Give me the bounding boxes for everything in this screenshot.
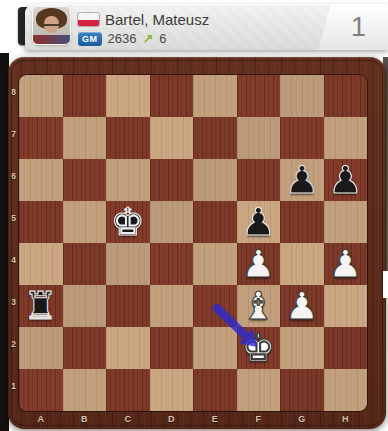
square-c2[interactable]: [106, 327, 150, 369]
square-d5[interactable]: [150, 201, 194, 243]
square-h3[interactable]: [324, 285, 368, 327]
square-f4[interactable]: ♟: [237, 243, 281, 285]
square-e6[interactable]: [193, 159, 237, 201]
black-king[interactable]: ♚: [111, 203, 145, 241]
avatar-glasses: [44, 24, 59, 30]
square-c6[interactable]: [106, 159, 150, 201]
square-h6[interactable]: ♟: [324, 159, 368, 201]
square-g3[interactable]: ♟: [280, 285, 324, 327]
file-label-b: B: [63, 414, 107, 424]
square-g4[interactable]: [280, 243, 324, 285]
square-f6[interactable]: [237, 159, 281, 201]
square-a7[interactable]: [19, 117, 63, 159]
square-e5[interactable]: [193, 201, 237, 243]
square-a3[interactable]: ♜: [19, 285, 63, 327]
file-label-c: C: [106, 414, 150, 424]
white-pawn[interactable]: ♟: [241, 245, 275, 283]
white-bishop[interactable]: ♝: [241, 287, 275, 325]
white-pawn[interactable]: ♟: [328, 245, 362, 283]
square-h5[interactable]: [324, 201, 368, 243]
square-d8[interactable]: [150, 75, 194, 117]
avatar: [33, 7, 70, 44]
square-c4[interactable]: [106, 243, 150, 285]
square-h8[interactable]: [324, 75, 368, 117]
square-b8[interactable]: [63, 75, 107, 117]
square-c8[interactable]: [106, 75, 150, 117]
file-label-h: H: [324, 414, 368, 424]
rank-label-3: 3: [8, 297, 19, 307]
square-g6[interactable]: ♟: [280, 159, 324, 201]
square-f5[interactable]: ♟: [237, 201, 281, 243]
player-name: Bartel, Mateusz: [105, 11, 209, 28]
square-f3[interactable]: ♝: [237, 285, 281, 327]
square-h2[interactable]: [324, 327, 368, 369]
square-g1[interactable]: [280, 369, 324, 411]
square-d3[interactable]: [150, 285, 194, 327]
rating-change: 6: [159, 31, 166, 46]
square-e3[interactable]: [193, 285, 237, 327]
square-b1[interactable]: [63, 369, 107, 411]
player-score: 1: [335, 12, 366, 43]
square-c5[interactable]: ♚: [106, 201, 150, 243]
square-f7[interactable]: [237, 117, 281, 159]
chess-board: ♟♟♚♟♟♟♜♝♟♚ 87654321ABCDEFGH: [8, 57, 386, 429]
rank-label-1: 1: [8, 381, 19, 391]
player-card[interactable]: Bartel, Mateusz GM 2636 ↗ 6 1: [25, 4, 388, 50]
black-pawn[interactable]: ♟: [328, 161, 362, 199]
file-label-g: G: [280, 414, 324, 424]
rank-label-7: 7: [8, 129, 19, 139]
square-a2[interactable]: [19, 327, 63, 369]
square-d1[interactable]: [150, 369, 194, 411]
black-rook[interactable]: ♜: [24, 287, 58, 325]
avatar-shirt: [33, 35, 70, 44]
rating-up-arrow-icon: ↗: [142, 31, 153, 46]
right-edge-panel-sliver: [383, 271, 388, 298]
square-c3[interactable]: [106, 285, 150, 327]
title-badge: GM: [78, 32, 102, 46]
square-a5[interactable]: [19, 201, 63, 243]
square-g8[interactable]: [280, 75, 324, 117]
square-c7[interactable]: [106, 117, 150, 159]
player-rating: 2636: [108, 31, 137, 46]
square-e2[interactable]: [193, 327, 237, 369]
square-g7[interactable]: [280, 117, 324, 159]
square-b4[interactable]: [63, 243, 107, 285]
square-d2[interactable]: [150, 327, 194, 369]
file-label-d: D: [150, 414, 194, 424]
poland-flag-icon: [78, 13, 99, 26]
rank-label-5: 5: [8, 213, 19, 223]
black-pawn[interactable]: ♟: [241, 203, 275, 241]
square-a8[interactable]: [19, 75, 63, 117]
white-pawn[interactable]: ♟: [285, 287, 319, 325]
square-e4[interactable]: [193, 243, 237, 285]
square-b6[interactable]: [63, 159, 107, 201]
file-label-e: E: [193, 414, 237, 424]
square-d6[interactable]: [150, 159, 194, 201]
square-a1[interactable]: [19, 369, 63, 411]
score-area: 1: [313, 4, 388, 50]
square-b7[interactable]: [63, 117, 107, 159]
square-a6[interactable]: [19, 159, 63, 201]
square-h7[interactable]: [324, 117, 368, 159]
file-label-a: A: [19, 414, 63, 424]
square-g5[interactable]: [280, 201, 324, 243]
square-b3[interactable]: [63, 285, 107, 327]
rank-label-2: 2: [8, 339, 19, 349]
black-pawn[interactable]: ♟: [285, 161, 319, 199]
square-g2[interactable]: [280, 327, 324, 369]
square-f2[interactable]: ♚: [237, 327, 281, 369]
square-h4[interactable]: ♟: [324, 243, 368, 285]
square-b2[interactable]: [63, 327, 107, 369]
square-f1[interactable]: [237, 369, 281, 411]
square-f8[interactable]: [237, 75, 281, 117]
square-e7[interactable]: [193, 117, 237, 159]
white-king[interactable]: ♚: [241, 329, 275, 367]
file-label-f: F: [237, 414, 281, 424]
rank-label-8: 8: [8, 87, 19, 97]
square-e8[interactable]: [193, 75, 237, 117]
square-d4[interactable]: [150, 243, 194, 285]
board-squares: ♟♟♚♟♟♟♜♝♟♚: [19, 75, 367, 411]
square-h1[interactable]: [324, 369, 368, 411]
square-e1[interactable]: [193, 369, 237, 411]
rank-label-6: 6: [8, 171, 19, 181]
rank-label-4: 4: [8, 255, 19, 265]
square-a4[interactable]: [19, 243, 63, 285]
square-c1[interactable]: [106, 369, 150, 411]
square-b5[interactable]: [63, 201, 107, 243]
square-d7[interactable]: [150, 117, 194, 159]
